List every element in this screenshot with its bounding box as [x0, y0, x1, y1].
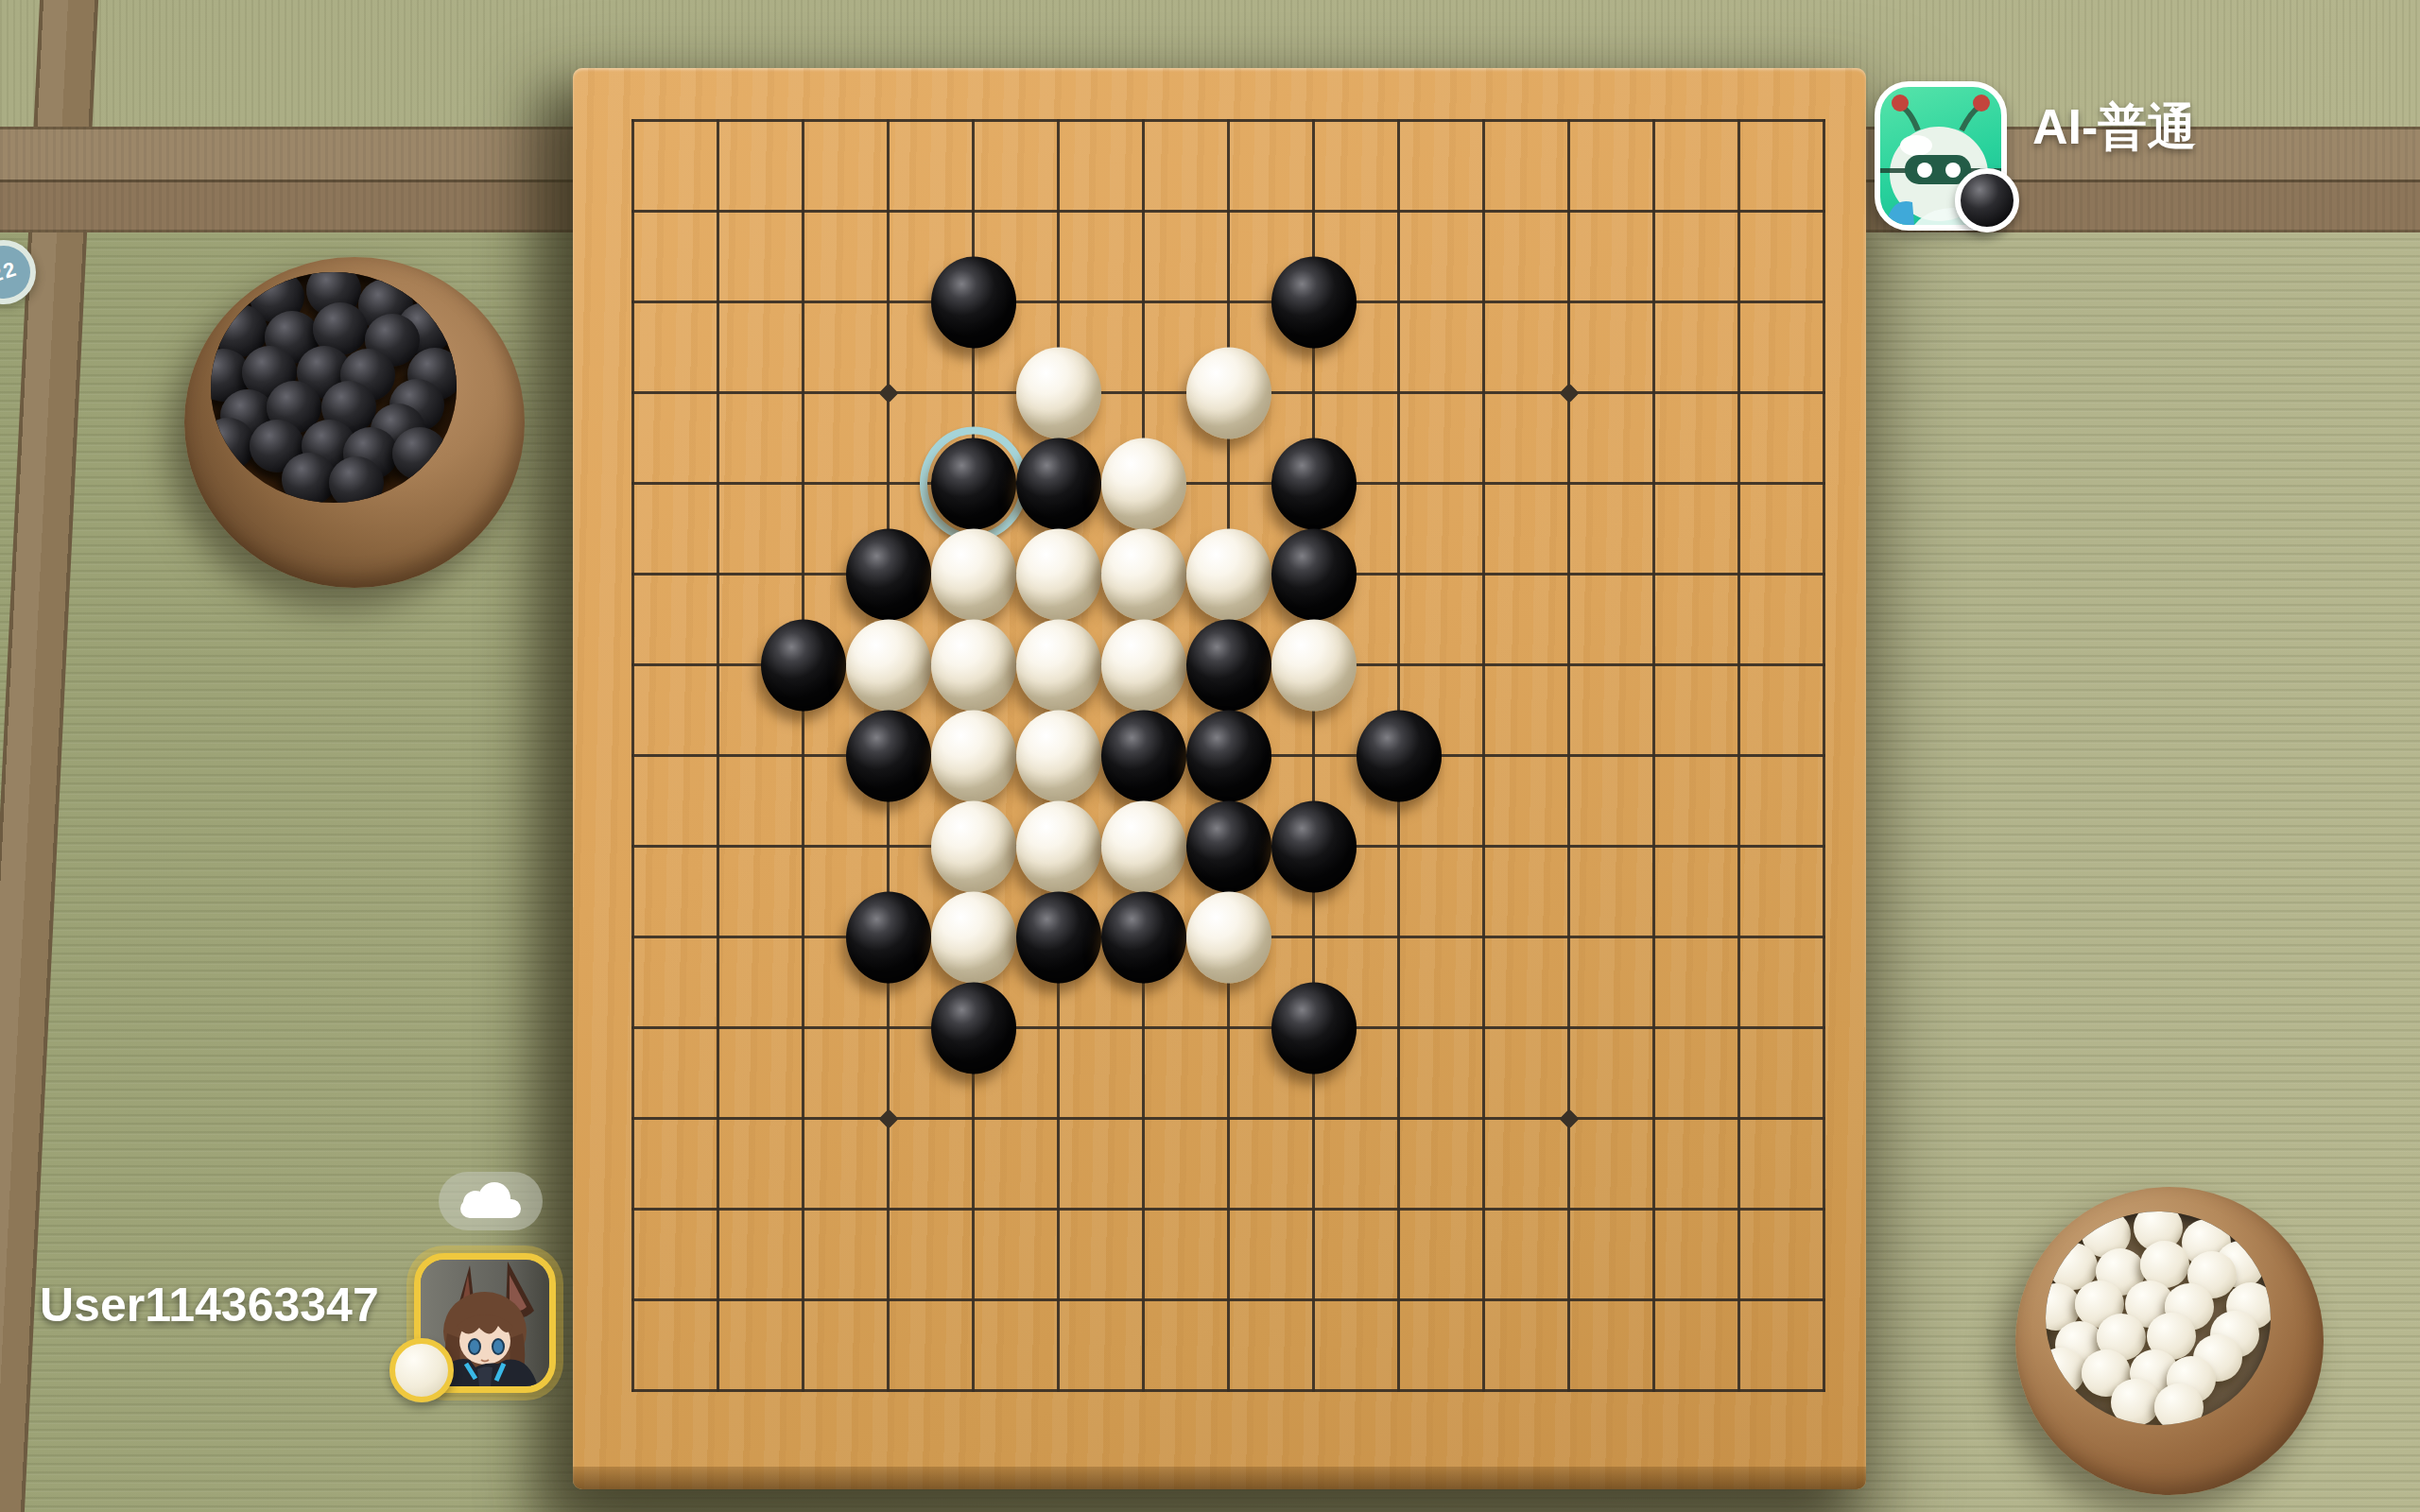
- white-bowl-opening: [2046, 1211, 2271, 1425]
- star-point: [878, 383, 898, 403]
- go-board[interactable]: [573, 68, 1866, 1489]
- black-stone: [931, 438, 1016, 529]
- bowl-black-stone: [329, 456, 384, 503]
- white-stone-bowl: [2015, 1187, 2324, 1495]
- black-stone: [846, 891, 931, 983]
- white-stone: [1101, 800, 1186, 892]
- black-stone: [1101, 710, 1186, 801]
- white-stone: [1016, 528, 1101, 620]
- black-stone: [1271, 800, 1357, 892]
- white-stone: [1271, 619, 1357, 711]
- white-stone: [931, 891, 1016, 983]
- board-front-edge: [573, 1467, 1866, 1489]
- white-stone: [1101, 438, 1186, 529]
- black-stone: [1271, 982, 1357, 1074]
- black-stone: [1271, 256, 1357, 348]
- black-stone-bowl: [184, 257, 525, 588]
- white-stone: [1186, 891, 1271, 983]
- bowl-white-stone: [2111, 1379, 2160, 1425]
- white-stone: [846, 619, 931, 711]
- white-stone: [1101, 619, 1186, 711]
- black-bowl-opening: [211, 272, 457, 503]
- black-stone: [846, 710, 931, 801]
- game-scene: 22 AI-普通 User114363347: [0, 0, 2420, 1512]
- white-stone: [931, 800, 1016, 892]
- black-stone: [1101, 891, 1186, 983]
- black-stone: [1357, 710, 1442, 801]
- ai-black-stone-indicator: [1955, 168, 2019, 232]
- white-stone: [1101, 528, 1186, 620]
- black-stone: [931, 256, 1016, 348]
- star-point: [878, 1108, 898, 1128]
- white-stone: [1016, 710, 1101, 801]
- bowl-white-stone: [2154, 1383, 2204, 1425]
- star-point: [1559, 383, 1579, 403]
- white-stone: [1186, 347, 1271, 438]
- bowl-black-stone: [392, 427, 447, 480]
- white-stone: [1016, 347, 1101, 438]
- cloud-icon: [460, 1199, 521, 1218]
- black-stone: [1016, 891, 1101, 983]
- white-stone: [931, 528, 1016, 620]
- star-point: [1559, 1108, 1579, 1128]
- black-stone: [1186, 710, 1271, 801]
- bowl-black-stone: [211, 418, 255, 471]
- white-stone: [1016, 800, 1101, 892]
- black-stone: [761, 619, 846, 711]
- black-stone: [1271, 438, 1357, 529]
- user-white-stone-indicator: [389, 1338, 454, 1402]
- cloud-button[interactable]: [439, 1172, 543, 1230]
- bowl-black-stone: [282, 453, 337, 503]
- black-stone: [846, 528, 931, 620]
- ai-player-name: AI-普通: [2032, 94, 2196, 161]
- black-stone: [1186, 619, 1271, 711]
- user-player-name: User114363347: [40, 1278, 379, 1332]
- black-stone: [1271, 528, 1357, 620]
- black-stone: [1186, 800, 1271, 892]
- black-stone: [931, 982, 1016, 1074]
- white-stone: [931, 710, 1016, 801]
- black-stone: [1016, 438, 1101, 529]
- sleep-badge-label: 22: [0, 256, 21, 288]
- white-stone: [931, 619, 1016, 711]
- board-grid[interactable]: [631, 119, 1825, 1392]
- white-stone: [1186, 528, 1271, 620]
- white-stone: [1016, 619, 1101, 711]
